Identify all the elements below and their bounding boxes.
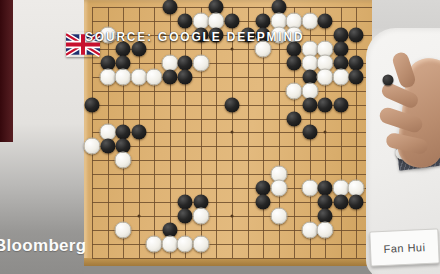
grid-hline bbox=[92, 7, 372, 8]
white-stone bbox=[146, 68, 163, 85]
black-stone bbox=[256, 181, 271, 196]
black-stone bbox=[178, 209, 193, 224]
black-stone bbox=[349, 27, 364, 42]
black-stone bbox=[333, 41, 348, 56]
star-point bbox=[231, 215, 234, 218]
black-stone bbox=[225, 13, 240, 28]
white-stone bbox=[301, 222, 318, 239]
black-stone bbox=[178, 13, 193, 28]
source-caption: SOURCE: GOOGLE DEEPMIND bbox=[85, 30, 304, 44]
grid-hline bbox=[92, 258, 372, 259]
black-stone bbox=[349, 55, 364, 70]
star-point bbox=[231, 47, 234, 50]
white-stone bbox=[99, 68, 116, 85]
black-stone bbox=[178, 195, 193, 210]
black-stone bbox=[349, 69, 364, 84]
white-stone bbox=[115, 152, 132, 169]
white-stone bbox=[115, 68, 132, 85]
grid-hline bbox=[92, 174, 372, 175]
black-stone bbox=[85, 97, 100, 112]
player-name-label: Fan Hui bbox=[383, 241, 426, 255]
black-stone bbox=[287, 55, 302, 70]
bloomberg-watermark: Bloomberg bbox=[0, 236, 86, 256]
grid-hline bbox=[92, 160, 372, 161]
black-stone bbox=[225, 97, 240, 112]
black-stone bbox=[318, 13, 333, 28]
black-stone bbox=[318, 195, 333, 210]
black-stone bbox=[287, 111, 302, 126]
white-stone bbox=[192, 236, 209, 253]
video-frame: SOURCE: GOOGLE DEEPMIND Bloomberg Fan Hu… bbox=[0, 0, 440, 274]
white-stone bbox=[286, 82, 303, 99]
black-stone bbox=[178, 69, 193, 84]
table-front bbox=[84, 266, 383, 274]
black-stone bbox=[131, 125, 146, 140]
grid-hline bbox=[92, 91, 372, 92]
maroon-strip bbox=[0, 0, 13, 142]
black-stone bbox=[333, 195, 348, 210]
black-stone bbox=[302, 97, 317, 112]
black-stone bbox=[178, 55, 193, 70]
black-stone bbox=[318, 181, 333, 196]
grid-hline bbox=[92, 119, 372, 120]
white-stone bbox=[332, 68, 349, 85]
black-stone bbox=[333, 27, 348, 42]
black-stone bbox=[100, 139, 115, 154]
grid-hline bbox=[92, 146, 372, 147]
white-stone bbox=[270, 180, 287, 197]
star-point bbox=[137, 215, 140, 218]
black-stone bbox=[256, 195, 271, 210]
white-stone bbox=[177, 236, 194, 253]
white-stone bbox=[317, 222, 334, 239]
white-stone bbox=[130, 68, 147, 85]
black-stone bbox=[318, 97, 333, 112]
star-point bbox=[231, 131, 234, 134]
black-stone bbox=[256, 13, 271, 28]
black-stone bbox=[333, 97, 348, 112]
held-black-stone bbox=[383, 75, 394, 86]
player-name-card: Fan Hui bbox=[369, 229, 439, 267]
white-stone bbox=[317, 68, 334, 85]
white-stone bbox=[192, 208, 209, 225]
white-stone bbox=[84, 138, 101, 155]
black-stone bbox=[162, 69, 177, 84]
star-point bbox=[324, 131, 327, 134]
white-stone bbox=[115, 222, 132, 239]
black-stone bbox=[116, 125, 131, 140]
grid-hline bbox=[92, 244, 372, 245]
white-stone bbox=[270, 208, 287, 225]
black-stone bbox=[349, 195, 364, 210]
white-stone bbox=[301, 12, 318, 29]
white-stone bbox=[192, 54, 209, 71]
black-stone bbox=[162, 0, 177, 15]
white-stone bbox=[161, 236, 178, 253]
black-stone bbox=[302, 125, 317, 140]
white-stone bbox=[301, 180, 318, 197]
white-stone bbox=[146, 236, 163, 253]
